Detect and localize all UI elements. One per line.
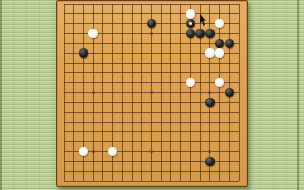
grid-line-horizontal — [64, 122, 239, 123]
grid-line-horizontal — [64, 112, 239, 113]
black-stone — [205, 157, 214, 166]
grid-line-vertical — [239, 4, 240, 181]
white-stone — [186, 9, 195, 18]
black-stone — [186, 19, 195, 28]
grid-line-horizontal — [64, 181, 239, 182]
grid-line-horizontal — [64, 131, 239, 132]
white-stone — [215, 19, 224, 28]
white-stone — [186, 78, 195, 87]
black-stone — [205, 98, 214, 107]
star-point — [208, 91, 211, 94]
grid-line-vertical — [180, 4, 181, 181]
black-stone — [186, 29, 195, 38]
star-point — [92, 150, 95, 153]
grid-line-vertical — [219, 4, 220, 181]
grid-line-horizontal — [64, 171, 239, 172]
white-stone — [205, 48, 214, 57]
black-stone — [79, 48, 88, 57]
tatami-seam-right — [297, 0, 299, 190]
grid-line-horizontal — [64, 141, 239, 142]
star-point — [208, 150, 211, 153]
star-point — [92, 91, 95, 94]
white-stone — [108, 147, 117, 156]
black-stone — [225, 88, 234, 97]
black-stone — [147, 19, 156, 28]
black-stone — [215, 39, 224, 48]
black-stone — [195, 29, 204, 38]
white-stone — [79, 147, 88, 156]
star-point — [150, 91, 153, 94]
white-stone — [215, 78, 224, 87]
tatami-background — [0, 0, 304, 190]
white-stone — [215, 48, 224, 57]
black-stone — [225, 39, 234, 48]
last-move-marker — [189, 22, 192, 25]
star-point — [150, 150, 153, 153]
tatami-seam-left — [0, 0, 2, 190]
white-stone — [88, 29, 97, 38]
grid-line-vertical — [161, 4, 162, 181]
grid-line-vertical — [170, 4, 171, 181]
go-board[interactable] — [56, 0, 248, 187]
star-point — [150, 32, 153, 35]
board-grid[interactable] — [64, 4, 239, 181]
black-stone — [205, 29, 214, 38]
